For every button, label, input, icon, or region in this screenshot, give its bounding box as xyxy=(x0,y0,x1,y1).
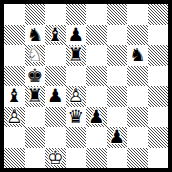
square-b7[interactable]: ♞♞ xyxy=(25,25,46,46)
square-g5[interactable] xyxy=(127,66,148,87)
square-h5[interactable] xyxy=(148,66,169,87)
square-g4[interactable] xyxy=(127,86,148,107)
square-b2[interactable] xyxy=(25,127,46,148)
square-f7[interactable] xyxy=(107,25,128,46)
piece-black-pawn[interactable]: ♟♟ xyxy=(86,107,107,128)
piece-white-knight[interactable]: ♞♘ xyxy=(25,45,46,66)
square-d6[interactable]: ♜♜ xyxy=(66,45,87,66)
piece-glyph: ♜ xyxy=(67,45,84,66)
piece-glyph: ♙ xyxy=(6,107,23,128)
square-f2[interactable]: ♟♟ xyxy=(107,127,128,148)
square-c4[interactable]: ♟♟ xyxy=(45,86,66,107)
square-h1[interactable] xyxy=(148,148,169,169)
chess-board: ♞♞♝♝♟♟♞♘♜♜♞♞♚♚♝♝♜♜♟♟♟♙♟♙♛♛♟♟♟♟♚♔ xyxy=(4,4,168,168)
square-g6[interactable]: ♞♞ xyxy=(127,45,148,66)
piece-glyph: ♙ xyxy=(67,86,84,107)
square-e3[interactable]: ♟♟ xyxy=(86,107,107,128)
square-d3[interactable]: ♛♛ xyxy=(66,107,87,128)
square-b6[interactable]: ♞♘ xyxy=(25,45,46,66)
square-g7[interactable] xyxy=(127,25,148,46)
square-e4[interactable] xyxy=(86,86,107,107)
square-a4[interactable]: ♝♝ xyxy=(4,86,25,107)
square-e5[interactable] xyxy=(86,66,107,87)
square-h3[interactable] xyxy=(148,107,169,128)
square-c8[interactable] xyxy=(45,4,66,25)
square-f5[interactable] xyxy=(107,66,128,87)
piece-black-rook[interactable]: ♜♜ xyxy=(66,45,87,66)
square-d5[interactable] xyxy=(66,66,87,87)
square-a8[interactable] xyxy=(4,4,25,25)
piece-black-pawn[interactable]: ♟♟ xyxy=(107,127,128,148)
piece-white-pawn[interactable]: ♟♙ xyxy=(4,107,25,128)
piece-black-king[interactable]: ♚♚ xyxy=(25,66,46,87)
square-g1[interactable] xyxy=(127,148,148,169)
square-b8[interactable] xyxy=(25,4,46,25)
piece-glyph: ♝ xyxy=(47,25,64,46)
square-e6[interactable] xyxy=(86,45,107,66)
piece-glyph: ♟ xyxy=(88,107,105,128)
piece-black-knight[interactable]: ♞♞ xyxy=(25,25,46,46)
piece-glyph: ♛ xyxy=(67,107,84,128)
piece-black-knight[interactable]: ♞♞ xyxy=(127,45,148,66)
square-a6[interactable] xyxy=(4,45,25,66)
square-d2[interactable] xyxy=(66,127,87,148)
square-a7[interactable] xyxy=(4,25,25,46)
square-h4[interactable] xyxy=(148,86,169,107)
piece-white-pawn[interactable]: ♟♙ xyxy=(66,86,87,107)
square-f1[interactable] xyxy=(107,148,128,169)
square-a5[interactable] xyxy=(4,66,25,87)
square-f6[interactable] xyxy=(107,45,128,66)
square-c2[interactable] xyxy=(45,127,66,148)
piece-glyph: ♜ xyxy=(26,86,43,107)
piece-black-bishop[interactable]: ♝♝ xyxy=(45,25,66,46)
piece-white-king[interactable]: ♚♔ xyxy=(45,148,66,169)
square-b4[interactable]: ♜♜ xyxy=(25,86,46,107)
square-b5[interactable]: ♚♚ xyxy=(25,66,46,87)
square-e8[interactable] xyxy=(86,4,107,25)
piece-black-rook[interactable]: ♜♜ xyxy=(25,86,46,107)
piece-glyph: ♞ xyxy=(129,45,146,66)
square-c3[interactable] xyxy=(45,107,66,128)
square-e7[interactable] xyxy=(86,25,107,46)
square-h7[interactable] xyxy=(148,25,169,46)
square-d1[interactable] xyxy=(66,148,87,169)
square-e2[interactable] xyxy=(86,127,107,148)
square-b3[interactable] xyxy=(25,107,46,128)
square-a1[interactable] xyxy=(4,148,25,169)
piece-glyph: ♟ xyxy=(47,86,64,107)
square-a3[interactable]: ♟♙ xyxy=(4,107,25,128)
square-c1[interactable]: ♚♔ xyxy=(45,148,66,169)
chess-board-frame: ♞♞♝♝♟♟♞♘♜♜♞♞♚♚♝♝♜♜♟♟♟♙♟♙♛♛♟♟♟♟♚♔ xyxy=(0,0,172,172)
square-d4[interactable]: ♟♙ xyxy=(66,86,87,107)
piece-glyph: ♚ xyxy=(26,66,43,87)
square-c7[interactable]: ♝♝ xyxy=(45,25,66,46)
piece-black-pawn[interactable]: ♟♟ xyxy=(45,86,66,107)
square-g3[interactable] xyxy=(127,107,148,128)
square-a2[interactable] xyxy=(4,127,25,148)
square-g8[interactable] xyxy=(127,4,148,25)
piece-glyph: ♞ xyxy=(26,25,43,46)
piece-glyph: ♔ xyxy=(47,148,64,169)
square-d7[interactable]: ♟♟ xyxy=(66,25,87,46)
piece-glyph: ♝ xyxy=(6,86,23,107)
piece-glyph: ♟ xyxy=(108,127,125,148)
square-b1[interactable] xyxy=(25,148,46,169)
square-d8[interactable] xyxy=(66,4,87,25)
piece-black-bishop[interactable]: ♝♝ xyxy=(4,86,25,107)
piece-black-queen[interactable]: ♛♛ xyxy=(66,107,87,128)
square-f8[interactable] xyxy=(107,4,128,25)
square-f4[interactable] xyxy=(107,86,128,107)
square-f3[interactable] xyxy=(107,107,128,128)
piece-glyph: ♘ xyxy=(26,45,43,66)
square-h8[interactable] xyxy=(148,4,169,25)
square-g2[interactable] xyxy=(127,127,148,148)
square-c6[interactable] xyxy=(45,45,66,66)
square-h2[interactable] xyxy=(148,127,169,148)
piece-glyph: ♟ xyxy=(67,25,84,46)
square-c5[interactable] xyxy=(45,66,66,87)
square-h6[interactable] xyxy=(148,45,169,66)
square-e1[interactable] xyxy=(86,148,107,169)
piece-black-pawn[interactable]: ♟♟ xyxy=(66,25,87,46)
